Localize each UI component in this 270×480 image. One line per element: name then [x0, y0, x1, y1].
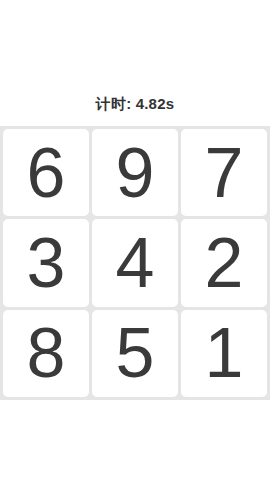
- timer-label: 计时: 4.82s: [0, 94, 270, 114]
- cell-r3c3[interactable]: 1: [181, 310, 267, 397]
- cell-r1c3[interactable]: 7: [181, 129, 267, 216]
- app-screen: 计时: 4.82s 6 9 7 3 4 2 8 5 1: [0, 0, 270, 480]
- cell-r2c2[interactable]: 4: [92, 219, 178, 306]
- cell-r3c1[interactable]: 8: [3, 310, 89, 397]
- cell-r1c2[interactable]: 9: [92, 129, 178, 216]
- cell-r1c1[interactable]: 6: [3, 129, 89, 216]
- cell-r2c1[interactable]: 3: [3, 219, 89, 306]
- cell-r3c2[interactable]: 5: [92, 310, 178, 397]
- number-board: 6 9 7 3 4 2 8 5 1: [0, 126, 270, 400]
- cell-r2c3[interactable]: 2: [181, 219, 267, 306]
